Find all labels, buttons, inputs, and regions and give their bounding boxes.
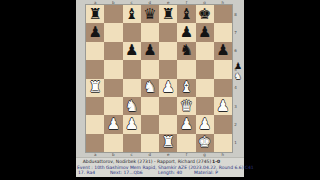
square-b1 xyxy=(104,134,122,152)
square-b4 xyxy=(104,79,122,97)
square-a8: ♜ xyxy=(86,5,104,23)
material-label: Material: P xyxy=(194,170,218,175)
event-line: Event : 10th Gashimov Mem Rapid, Shamkir… xyxy=(76,165,245,170)
black-bishop: ♝ xyxy=(180,7,193,22)
square-b3 xyxy=(104,97,122,115)
square-f2: ♟ xyxy=(177,115,195,133)
square-a2 xyxy=(86,115,104,133)
square-e8: ♜ xyxy=(159,5,177,23)
square-e4: ♟ xyxy=(159,79,177,97)
square-b8 xyxy=(104,5,122,23)
black-knight: ♞ xyxy=(180,43,193,58)
square-g6 xyxy=(196,42,214,60)
square-f1 xyxy=(177,134,195,152)
square-f7: ♟ xyxy=(177,23,195,41)
square-h3: ♟ xyxy=(214,97,232,115)
black-pawn: ♟ xyxy=(143,43,156,58)
rank-label-4: 4 xyxy=(232,79,239,97)
rank-label-8: 8 xyxy=(232,5,239,23)
rank-label-2: 2 xyxy=(232,115,239,133)
white-pawn: ♟ xyxy=(198,117,211,132)
black-pawn: ♟ xyxy=(180,25,193,40)
rank-label-6: 6 xyxy=(232,42,239,60)
square-d5 xyxy=(141,60,159,78)
square-a7: ♟ xyxy=(86,23,104,41)
board-panel: abcdefgh ♜♝♛♜♝♚♟♟♟♟♟♞♟♜♞♟♝♞♛♟♟♟♟♟♜♚ 8765… xyxy=(76,0,244,176)
next-move-label: Next: 17...Qb6 xyxy=(110,170,143,175)
square-e3 xyxy=(159,97,177,115)
square-c1 xyxy=(123,134,141,152)
video-frame: { "game": "chess", "position": { "fen": … xyxy=(0,0,320,180)
white-pawn: ♟ xyxy=(125,117,138,132)
square-b6 xyxy=(104,42,122,60)
black-pawn: ♟ xyxy=(88,25,101,40)
square-a5 xyxy=(86,60,104,78)
black-king: ♚ xyxy=(198,7,211,22)
square-g5 xyxy=(196,60,214,78)
square-d1 xyxy=(141,134,159,152)
rank-label-3: 3 xyxy=(232,97,239,115)
white-knight: ♞ xyxy=(143,80,156,95)
rank-label-7: 7 xyxy=(232,23,239,41)
square-d3 xyxy=(141,97,159,115)
square-f8: ♝ xyxy=(177,5,195,23)
square-d2 xyxy=(141,115,159,133)
white-pawn: ♟ xyxy=(107,117,120,132)
black-bishop: ♝ xyxy=(125,7,138,22)
square-h5 xyxy=(214,60,232,78)
square-h2 xyxy=(214,115,232,133)
square-b2: ♟ xyxy=(104,115,122,133)
square-h6: ♟ xyxy=(214,42,232,60)
square-c6: ♟ xyxy=(123,42,141,60)
black-rook: ♜ xyxy=(161,7,174,22)
square-a6 xyxy=(86,42,104,60)
material-difference-tray: ♟♞ xyxy=(232,61,244,81)
square-h7 xyxy=(214,23,232,41)
square-g8: ♚ xyxy=(196,5,214,23)
square-f3: ♛ xyxy=(177,97,195,115)
black-pawn: ♟ xyxy=(125,43,138,58)
last-move-label: 17. Ra4 xyxy=(78,170,95,175)
square-g7: ♟ xyxy=(196,23,214,41)
square-b5 xyxy=(104,60,122,78)
white-pawn: ♟ xyxy=(180,117,193,132)
white-rook: ♜ xyxy=(161,135,174,150)
square-c7 xyxy=(123,23,141,41)
square-a4: ♜ xyxy=(86,79,104,97)
white-pawn: ♟ xyxy=(216,99,229,114)
square-h1 xyxy=(214,134,232,152)
square-h4 xyxy=(214,79,232,97)
white-rook: ♜ xyxy=(88,80,101,95)
square-a3 xyxy=(86,97,104,115)
result-label: 1-0 xyxy=(212,159,220,164)
square-c5 xyxy=(123,60,141,78)
square-c2: ♟ xyxy=(123,115,141,133)
square-e6 xyxy=(159,42,177,60)
square-d8: ♛ xyxy=(141,5,159,23)
square-c8: ♝ xyxy=(123,5,141,23)
square-d4: ♞ xyxy=(141,79,159,97)
square-f6: ♞ xyxy=(177,42,195,60)
square-d6: ♟ xyxy=(141,42,159,60)
black-rook: ♜ xyxy=(88,7,101,22)
white-pawn: ♟ xyxy=(161,80,174,95)
square-g4 xyxy=(196,79,214,97)
square-g2: ♟ xyxy=(196,115,214,133)
square-e2 xyxy=(159,115,177,133)
black-queen: ♛ xyxy=(143,7,156,22)
white-queen: ♛ xyxy=(180,99,193,114)
square-b7 xyxy=(104,23,122,41)
square-g3 xyxy=(196,97,214,115)
black-pawn-icon: ♟ xyxy=(234,61,242,71)
players-line: Abdusattorov, Nodirbek (2731) - Rapport,… xyxy=(76,159,218,164)
square-f4: ♝ xyxy=(177,79,195,97)
square-h8 xyxy=(214,5,232,23)
rank-label-1: 1 xyxy=(232,134,239,152)
white-knight: ♞ xyxy=(125,99,138,114)
white-king: ♚ xyxy=(198,135,211,150)
square-e1: ♜ xyxy=(159,134,177,152)
square-e7 xyxy=(159,23,177,41)
black-pawn: ♟ xyxy=(216,43,229,58)
game-caption: Abdusattorov, Nodirbek (2731) - Rapport,… xyxy=(76,157,244,177)
square-g1: ♚ xyxy=(196,134,214,152)
square-a1 xyxy=(86,134,104,152)
square-d7 xyxy=(141,23,159,41)
white-bishop: ♝ xyxy=(180,80,193,95)
black-pawn: ♟ xyxy=(198,25,211,40)
chess-board: ♜♝♛♜♝♚♟♟♟♟♟♞♟♜♞♟♝♞♛♟♟♟♟♟♜♚ xyxy=(86,5,232,152)
square-c3: ♞ xyxy=(123,97,141,115)
square-c4 xyxy=(123,79,141,97)
game-length-label: Length: 40 xyxy=(158,170,182,175)
white-knight-icon: ♞ xyxy=(234,71,242,81)
square-e5 xyxy=(159,60,177,78)
square-f5 xyxy=(177,60,195,78)
